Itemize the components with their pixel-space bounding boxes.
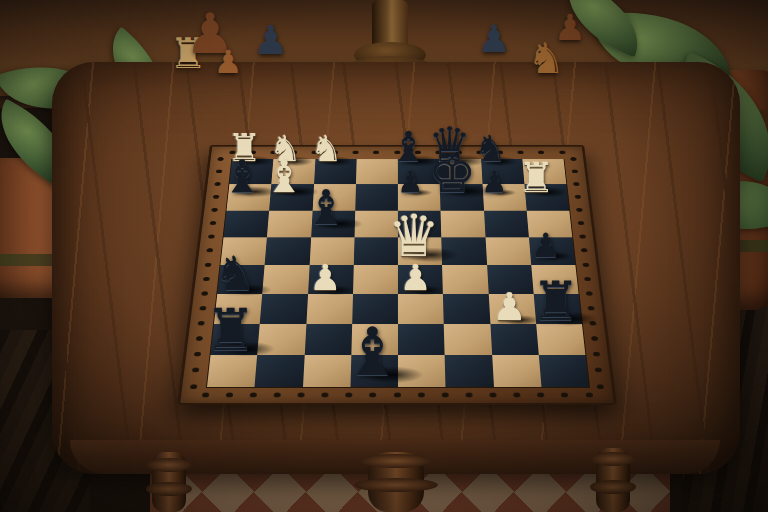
background-pawn: ♟ (554, 10, 586, 46)
square-r5c6[interactable] (442, 265, 488, 294)
frame-dot (345, 392, 352, 397)
frame-dot (585, 291, 592, 295)
black-pawn-r4c8[interactable]: ♟ (531, 229, 561, 262)
square-r6c5[interactable] (398, 294, 444, 324)
frame-dot (441, 392, 448, 397)
table-leg-left (152, 452, 186, 512)
black-rook-r6c8[interactable]: ♜ (531, 274, 580, 329)
frame-dot (214, 182, 221, 186)
black-pawn-r2c5[interactable]: ♟ (397, 168, 423, 197)
frame-dot (584, 277, 591, 281)
frame-dot (202, 277, 209, 281)
frame-dot (373, 150, 379, 154)
frame-dot (394, 392, 401, 397)
frame-dot (212, 195, 219, 199)
table-leg-right (596, 448, 630, 512)
frame-dot (513, 392, 520, 397)
frame-dot (537, 392, 544, 397)
frame-dot (209, 221, 216, 225)
white-pawn-r5c5[interactable]: ♟ (400, 260, 432, 296)
square-r8c2[interactable] (255, 355, 305, 387)
white-bishop-r2c2[interactable]: ♝ (264, 155, 304, 200)
frame-dot (208, 235, 215, 239)
frame-dot (201, 291, 208, 295)
frame-dot (465, 392, 472, 397)
white-pawn-r5c3[interactable]: ♟ (309, 260, 341, 296)
black-bishop-r3c3[interactable]: ♝ (305, 184, 348, 232)
frame-dot (191, 368, 198, 373)
frame-dot (204, 262, 211, 266)
black-bishop-r8c4[interactable]: ♝ (343, 319, 403, 386)
square-r8c7[interactable] (492, 355, 542, 387)
frame-dot (273, 392, 280, 397)
frame-dot (206, 248, 213, 252)
square-r7c5[interactable] (398, 324, 445, 355)
square-r3c6[interactable] (441, 210, 485, 237)
frame-dot (571, 169, 577, 173)
frame-dot (489, 392, 496, 397)
frame-dot (596, 384, 603, 389)
square-r6c6[interactable] (443, 294, 490, 324)
frame-dot (587, 306, 594, 310)
frame-dot (577, 221, 584, 225)
white-pawn-r6c7[interactable]: ♟ (492, 288, 526, 326)
frame-dot (225, 392, 232, 397)
black-bishop-r2c1[interactable]: ♝ (222, 155, 262, 200)
frame-dot (570, 157, 576, 161)
square-r6c2[interactable] (260, 294, 308, 324)
frame-dot (576, 208, 583, 212)
white-queen-r4c5[interactable]: ♛ (388, 207, 440, 265)
square-r4c7[interactable] (485, 237, 531, 265)
square-r8c6[interactable] (445, 355, 494, 387)
background-pawn: ♟ (253, 20, 289, 60)
frame-dot (561, 392, 568, 397)
black-pawn-r2c7[interactable]: ♟ (481, 168, 507, 197)
white-rook-r2c8[interactable]: ♜ (518, 158, 555, 199)
square-r3c7[interactable] (484, 210, 529, 237)
square-r3c1[interactable] (224, 210, 270, 237)
frame-dot (201, 392, 208, 397)
background-pawn: ♟ (477, 20, 511, 58)
black-knight-r5c1[interactable]: ♞ (214, 250, 257, 298)
frame-dot (353, 150, 359, 154)
frame-dot (321, 392, 328, 397)
frame-dot (574, 195, 581, 199)
frame-dot (573, 182, 580, 186)
white-knight-r1c3[interactable]: ♞ (310, 131, 342, 167)
frame-dot (580, 248, 587, 252)
black-knight-r1c7[interactable]: ♞ (474, 131, 506, 167)
frame-dot (211, 208, 218, 212)
frame-dot (193, 352, 200, 357)
frame-dot (582, 262, 589, 266)
frame-dot (592, 352, 599, 357)
frame-dot (585, 392, 592, 397)
frame-dot (197, 321, 204, 325)
square-r8c8[interactable] (539, 355, 589, 387)
frame-dot (370, 392, 377, 397)
frame-dot (195, 336, 202, 340)
black-king-r2c6[interactable]: ♚ (428, 147, 476, 201)
frame-dot (417, 392, 424, 397)
frame-dot (559, 150, 565, 154)
black-bishop-r1c5[interactable]: ♝ (390, 126, 427, 168)
frame-dot (594, 368, 601, 373)
frame-dot (297, 392, 304, 397)
frame-dot (215, 169, 221, 173)
frame-dot (591, 336, 598, 340)
frame-dot (189, 384, 196, 389)
square-r4c2[interactable] (265, 237, 311, 265)
black-rook-r7c1[interactable]: ♜ (205, 301, 257, 359)
table-center-column (368, 452, 424, 512)
frame-dot (249, 392, 256, 397)
square-r7c6[interactable] (444, 324, 492, 355)
background-pawn: ♟ (214, 46, 243, 78)
frame-dot (579, 235, 586, 239)
